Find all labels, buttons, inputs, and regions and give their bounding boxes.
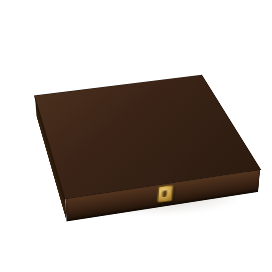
brass-clasp — [156, 185, 173, 203]
clasp-keyhole — [161, 190, 167, 198]
chess-board-box — [35, 75, 260, 198]
chess-set-product-photo[interactable] — [0, 0, 272, 272]
